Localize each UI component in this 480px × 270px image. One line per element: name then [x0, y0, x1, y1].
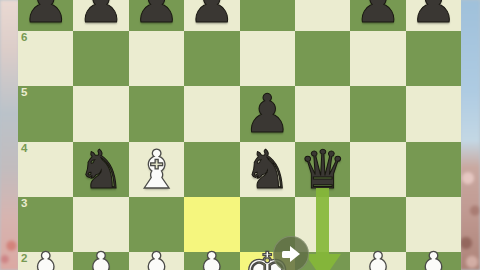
- square-b4[interactable]: ♞: [73, 142, 128, 197]
- square-c2[interactable]: ♟: [129, 252, 184, 270]
- square-a2[interactable]: 2♟: [18, 252, 73, 270]
- blurred-background-left: [0, 0, 19, 270]
- square-b7[interactable]: ♟: [73, 0, 128, 31]
- square-e6[interactable]: [240, 31, 295, 86]
- square-a5[interactable]: 5: [18, 86, 73, 141]
- black-pawn-c7[interactable]: ♟: [129, 0, 184, 31]
- rank-label-4: 4: [21, 143, 27, 155]
- square-d6[interactable]: [184, 31, 239, 86]
- square-b2[interactable]: ♟: [73, 252, 128, 270]
- square-g4[interactable]: [350, 142, 405, 197]
- white-pawn-b2[interactable]: ♟: [73, 243, 128, 270]
- square-b5[interactable]: [73, 86, 128, 141]
- white-pawn-a2[interactable]: ♟: [18, 243, 73, 270]
- square-d5[interactable]: [184, 86, 239, 141]
- square-d7[interactable]: ♟: [184, 0, 239, 31]
- white-pawn-d2[interactable]: ♟: [184, 243, 239, 270]
- white-pawn-h2[interactable]: ♟: [406, 243, 461, 270]
- square-g6[interactable]: [350, 31, 405, 86]
- black-knight-b4[interactable]: ♞: [73, 142, 128, 197]
- white-bishop-c4[interactable]: ♝: [129, 142, 184, 197]
- square-h6[interactable]: [406, 31, 461, 86]
- square-g5[interactable]: [350, 86, 405, 141]
- square-c5[interactable]: [129, 86, 184, 141]
- square-g2[interactable]: ♟: [350, 252, 405, 270]
- black-pawn-h7[interactable]: ♟: [406, 0, 461, 31]
- black-knight-e4[interactable]: ♞: [240, 142, 295, 197]
- square-e7[interactable]: [240, 0, 295, 31]
- black-pawn-g7[interactable]: ♟: [350, 0, 405, 31]
- square-c4[interactable]: ♝: [129, 142, 184, 197]
- rank-label-5: 5: [21, 87, 27, 99]
- square-f5[interactable]: [295, 86, 350, 141]
- move-arrow-head: [305, 254, 341, 270]
- square-h4[interactable]: [406, 142, 461, 197]
- blurred-background-right: [460, 0, 480, 270]
- square-h5[interactable]: [406, 86, 461, 141]
- video-frame: ♟♟♟♟♟♟65♟4♞♝♞♛32♟♟♟♟♚♟♟: [0, 0, 480, 270]
- rank-label-3: 3: [21, 198, 27, 210]
- square-g7[interactable]: ♟: [350, 0, 405, 31]
- square-a6[interactable]: 6: [18, 31, 73, 86]
- white-pawn-c2[interactable]: ♟: [129, 243, 184, 270]
- square-e4[interactable]: ♞: [240, 142, 295, 197]
- square-c6[interactable]: [129, 31, 184, 86]
- square-d4[interactable]: [184, 142, 239, 197]
- square-b6[interactable]: [73, 31, 128, 86]
- next-move-button[interactable]: [273, 236, 309, 270]
- square-f6[interactable]: [295, 31, 350, 86]
- square-d2[interactable]: ♟: [184, 252, 239, 270]
- arrow-right-icon-head: [290, 246, 300, 262]
- black-pawn-e5[interactable]: ♟: [240, 86, 295, 141]
- move-arrow-stem: [316, 188, 329, 254]
- black-pawn-a7[interactable]: ♟: [18, 0, 73, 31]
- chess-board: ♟♟♟♟♟♟65♟4♞♝♞♛32♟♟♟♟♚♟♟: [18, 0, 461, 270]
- black-pawn-b7[interactable]: ♟: [73, 0, 128, 31]
- square-f7[interactable]: [295, 0, 350, 31]
- square-h7[interactable]: ♟: [406, 0, 461, 31]
- square-a7[interactable]: ♟: [18, 0, 73, 31]
- white-pawn-g2[interactable]: ♟: [350, 243, 405, 270]
- square-c7[interactable]: ♟: [129, 0, 184, 31]
- square-a4[interactable]: 4: [18, 142, 73, 197]
- square-h2[interactable]: ♟: [406, 252, 461, 270]
- black-pawn-d7[interactable]: ♟: [184, 0, 239, 31]
- square-e5[interactable]: ♟: [240, 86, 295, 141]
